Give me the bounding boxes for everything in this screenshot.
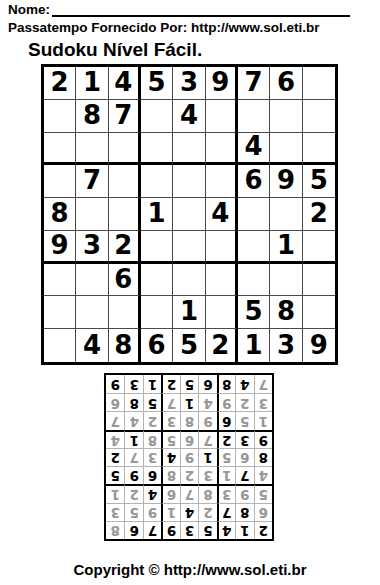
puzzle-cell-r5c2 <box>76 198 108 231</box>
puzzle-cell-r4c4 <box>141 165 173 198</box>
puzzle-cell-r9c5: 5 <box>173 329 205 362</box>
puzzle-cell-r2c2: 8 <box>76 100 108 133</box>
puzzle-cell-r8c8: 8 <box>270 296 302 329</box>
puzzle-cell-r1c9 <box>303 67 335 100</box>
solution-cell-r5c2: 6 <box>235 448 253 466</box>
solution-cell-r8c9: 6 <box>106 393 124 411</box>
puzzle-cell-r5c9: 2 <box>303 198 335 231</box>
puzzle-cell-r2c8 <box>270 100 302 133</box>
puzzle-cell-r3c3 <box>109 133 141 166</box>
solution-cell-r3c5: 7 <box>180 484 198 502</box>
solution-cell-r6c7: 8 <box>143 430 161 448</box>
puzzle-cell-r2c6 <box>206 100 238 133</box>
puzzle-cell-r9c6: 2 <box>206 329 238 362</box>
solution-cell-r8c7: 5 <box>143 393 161 411</box>
solution-cell-r8c5: 1 <box>180 393 198 411</box>
puzzle-cell-r1c6: 9 <box>206 67 238 100</box>
solution-cell-r8c6: 7 <box>161 393 179 411</box>
puzzle-cell-r6c3: 2 <box>109 231 141 264</box>
solution-cell-r4c7: 6 <box>143 466 161 484</box>
solution-cell-r4c1: 4 <box>254 466 272 484</box>
solution-cell-r4c3: 1 <box>217 466 235 484</box>
solution-cell-r9c5: 5 <box>180 375 198 393</box>
solution-cell-r3c8: 2 <box>124 484 142 502</box>
puzzle-cell-r8c6 <box>206 296 238 329</box>
puzzle-cell-r5c5 <box>173 198 205 231</box>
puzzle-cell-r2c4 <box>141 100 173 133</box>
puzzle-cell-r2c7 <box>238 100 270 133</box>
puzzle-cell-r4c2: 7 <box>76 165 108 198</box>
puzzle-cell-r3c9 <box>303 133 335 166</box>
puzzle-cell-r9c2: 4 <box>76 329 108 362</box>
solution-cell-r8c8: 8 <box>124 393 142 411</box>
puzzle-cell-r8c4 <box>141 296 173 329</box>
copyright-text: Copyright © http://www.sol.eti.br <box>0 561 380 578</box>
puzzle-cell-r5c1: 8 <box>44 198 76 231</box>
puzzle-grid: 214539768744769581429321615848652139 <box>41 64 338 365</box>
puzzle-cell-r6c4 <box>141 231 173 264</box>
puzzle-cell-r6c5 <box>173 231 205 264</box>
puzzle-cell-r4c7: 6 <box>238 165 270 198</box>
puzzle-cell-r6c8: 1 <box>270 231 302 264</box>
puzzle-cell-r7c4 <box>141 264 173 297</box>
solution-cell-r8c4: 4 <box>198 393 216 411</box>
solution-cell-r8c1: 3 <box>254 393 272 411</box>
solution-cell-r7c2: 5 <box>235 411 253 429</box>
solution-cell-r3c1: 5 <box>254 484 272 502</box>
puzzle-cell-r8c1 <box>44 296 76 329</box>
solution-cell-r7c6: 3 <box>161 411 179 429</box>
provider-text: Passatempo Fornecido Por: http://www.sol… <box>8 20 380 35</box>
puzzle-cell-r3c5 <box>173 133 205 166</box>
puzzle-cell-r3c6 <box>206 133 238 166</box>
solution-cell-r9c6: 2 <box>161 375 179 393</box>
puzzle-cell-r3c8 <box>270 133 302 166</box>
solution-cell-r6c8: 1 <box>124 430 142 448</box>
puzzle-cell-r1c7: 7 <box>238 67 270 100</box>
solution-cell-r8c2: 2 <box>235 393 253 411</box>
puzzle-cell-r3c2 <box>76 133 108 166</box>
solution-cell-r9c2: 4 <box>235 375 253 393</box>
solution-cell-r1c1: 2 <box>254 521 272 539</box>
solution-cell-r2c8: 5 <box>124 503 142 521</box>
puzzle-cell-r6c1: 9 <box>44 231 76 264</box>
solution-grid: 2145397686872419535938764214713286958651… <box>104 373 274 541</box>
puzzle-cell-r7c5 <box>173 264 205 297</box>
puzzle-cell-r7c7 <box>238 264 270 297</box>
solution-cell-r6c3: 2 <box>217 430 235 448</box>
solution-cell-r5c9: 2 <box>106 448 124 466</box>
solution-cell-r9c3: 8 <box>217 375 235 393</box>
puzzle-cell-r9c8: 3 <box>270 329 302 362</box>
puzzle-cell-r6c2: 3 <box>76 231 108 264</box>
solution-cell-r1c2: 1 <box>235 521 253 539</box>
puzzle-cell-r5c6: 4 <box>206 198 238 231</box>
solution-cell-r5c7: 3 <box>143 448 161 466</box>
solution-cell-r6c4: 7 <box>198 430 216 448</box>
puzzle-cell-r1c2: 1 <box>76 67 108 100</box>
solution-cell-r2c7: 9 <box>143 503 161 521</box>
puzzle-cell-r4c9: 5 <box>303 165 335 198</box>
puzzle-cell-r4c6 <box>206 165 238 198</box>
puzzle-cell-r1c4: 5 <box>141 67 173 100</box>
puzzle-cell-r5c3 <box>109 198 141 231</box>
puzzle-cell-r9c7: 1 <box>238 329 270 362</box>
puzzle-cell-r9c4: 6 <box>141 329 173 362</box>
solution-cell-r4c9: 5 <box>106 466 124 484</box>
solution-cell-r1c7: 7 <box>143 521 161 539</box>
solution-cell-r3c3: 3 <box>217 484 235 502</box>
puzzle-cell-r8c7: 5 <box>238 296 270 329</box>
solution-cell-r3c2: 9 <box>235 484 253 502</box>
solution-cell-r1c3: 4 <box>217 521 235 539</box>
solution-cell-r4c5: 2 <box>180 466 198 484</box>
solution-cell-r4c8: 9 <box>124 466 142 484</box>
puzzle-cell-r2c9 <box>303 100 335 133</box>
solution-cell-r2c3: 7 <box>217 503 235 521</box>
puzzle-cell-r3c1 <box>44 133 76 166</box>
solution-cell-r1c6: 9 <box>161 521 179 539</box>
solution-cell-r4c6: 8 <box>161 466 179 484</box>
puzzle-cell-r2c1 <box>44 100 76 133</box>
solution-cell-r7c9: 7 <box>106 411 124 429</box>
solution-cell-r6c6: 5 <box>161 430 179 448</box>
name-label: Nome: <box>8 2 50 17</box>
solution-cell-r5c6: 4 <box>161 448 179 466</box>
solution-cell-r9c8: 3 <box>124 375 142 393</box>
solution-cell-r8c3: 9 <box>217 393 235 411</box>
solution-cell-r7c7: 2 <box>143 411 161 429</box>
solution-cell-r1c4: 5 <box>198 521 216 539</box>
solution-cell-r1c8: 6 <box>124 521 142 539</box>
puzzle-cell-r9c9: 9 <box>303 329 335 362</box>
puzzle-cell-r6c9 <box>303 231 335 264</box>
solution-cell-r5c1: 8 <box>254 448 272 466</box>
solution-cell-r5c8: 7 <box>124 448 142 466</box>
puzzle-cell-r6c6 <box>206 231 238 264</box>
puzzle-cell-r8c2 <box>76 296 108 329</box>
puzzle-cell-r7c8 <box>270 264 302 297</box>
solution-cell-r2c5: 4 <box>180 503 198 521</box>
puzzle-cell-r5c8 <box>270 198 302 231</box>
solution-cell-r3c9: 1 <box>106 484 124 502</box>
solution-cell-r9c9: 9 <box>106 375 124 393</box>
solution-cell-r7c4: 9 <box>198 411 216 429</box>
puzzle-cell-r1c1: 2 <box>44 67 76 100</box>
solution-cell-r1c5: 3 <box>180 521 198 539</box>
solution-cell-r7c1: 1 <box>254 411 272 429</box>
solution-cell-r5c3: 5 <box>217 448 235 466</box>
solution-cell-r6c1: 9 <box>254 430 272 448</box>
puzzle-cell-r2c5: 4 <box>173 100 205 133</box>
solution-cell-r3c4: 8 <box>198 484 216 502</box>
puzzle-cell-r8c9 <box>303 296 335 329</box>
solution-cell-r1c9: 8 <box>106 521 124 539</box>
solution-cell-r6c5: 6 <box>180 430 198 448</box>
puzzle-cell-r1c3: 4 <box>109 67 141 100</box>
puzzle-cell-r6c7 <box>238 231 270 264</box>
puzzle-cell-r7c3: 6 <box>109 264 141 297</box>
puzzle-cell-r7c2 <box>76 264 108 297</box>
solution-cell-r3c6: 6 <box>161 484 179 502</box>
puzzle-cell-r3c7: 4 <box>238 133 270 166</box>
solution-cell-r3c7: 4 <box>143 484 161 502</box>
solution-cell-r6c9: 4 <box>106 430 124 448</box>
solution-cell-r2c2: 8 <box>235 503 253 521</box>
solution-cell-r9c4: 6 <box>198 375 216 393</box>
puzzle-cell-r9c1 <box>44 329 76 362</box>
solution-cell-r9c7: 1 <box>143 375 161 393</box>
solution-cell-r5c5: 9 <box>180 448 198 466</box>
page-title: Sudoku Nível Fácil. <box>28 39 202 61</box>
name-row: Nome: <box>8 1 350 17</box>
solution-cell-r2c9: 3 <box>106 503 124 521</box>
solution-cell-r9c1: 7 <box>254 375 272 393</box>
puzzle-cell-r4c8: 9 <box>270 165 302 198</box>
puzzle-cell-r7c6 <box>206 264 238 297</box>
puzzle-cell-r4c3 <box>109 165 141 198</box>
solution-cell-r2c1: 6 <box>254 503 272 521</box>
puzzle-cell-r3c4 <box>141 133 173 166</box>
puzzle-cell-r4c1 <box>44 165 76 198</box>
solution-cell-r2c6: 1 <box>161 503 179 521</box>
solution-cell-r2c4: 2 <box>198 503 216 521</box>
puzzle-cell-r8c3 <box>109 296 141 329</box>
solution-cell-r4c4: 3 <box>198 466 216 484</box>
puzzle-cell-r4c5 <box>173 165 205 198</box>
puzzle-cell-r1c8: 6 <box>270 67 302 100</box>
solution-cell-r7c3: 6 <box>217 411 235 429</box>
puzzle-cell-r5c7 <box>238 198 270 231</box>
puzzle-cell-r5c4: 1 <box>141 198 173 231</box>
puzzle-cell-r7c9 <box>303 264 335 297</box>
solution-cell-r5c4: 1 <box>198 448 216 466</box>
solution-cell-r7c8: 4 <box>124 411 142 429</box>
solution-cell-r4c2: 7 <box>235 466 253 484</box>
puzzle-cell-r7c1 <box>44 264 76 297</box>
puzzle-cell-r1c5: 3 <box>173 67 205 100</box>
puzzle-cell-r8c5: 1 <box>173 296 205 329</box>
name-blank-line <box>52 1 350 17</box>
puzzle-cell-r9c3: 8 <box>109 329 141 362</box>
puzzle-cell-r2c3: 7 <box>109 100 141 133</box>
solution-cell-r7c5: 8 <box>180 411 198 429</box>
solution-cell-r6c2: 3 <box>235 430 253 448</box>
